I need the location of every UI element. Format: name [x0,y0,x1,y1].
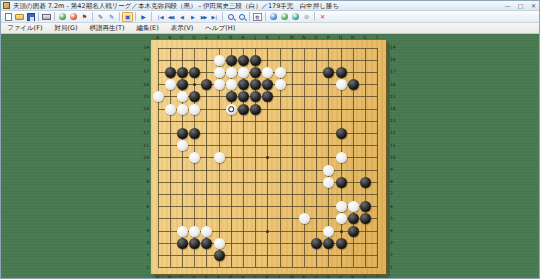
white-stone-E4 [201,226,212,237]
col-label-bottom-K: K [264,275,270,279]
window-controls: — □ ✕ [501,1,540,10]
white-stone-Q5 [336,213,347,224]
col-label-bottom-A: A [155,275,161,279]
undo-move-icon[interactable] [68,12,79,22]
col-label-bottom-B: B [167,275,173,279]
black-stone-H14 [238,104,249,115]
grid-line-horizontal [158,267,379,268]
col-label-bottom-G: G [228,275,234,279]
title-bar: 天頂の囲碁 7.2m - 第42期名人戦リーグ／本木克弥四段（黒）－伊田篤史三段… [1,1,540,11]
forward-1-icon-glyph: ▶ [191,12,194,22]
menu-item-1[interactable]: ファイル(F) [1,23,48,34]
white-stone-G14 [226,104,237,115]
white-stone-K17 [262,67,273,78]
black-stone-Q12 [336,128,347,139]
white-stone-F16 [214,79,225,90]
app-window: 天頂の囲碁 7.2m - 第42期名人戦リーグ／本木克弥四段（黒）－伊田篤史三段… [0,0,540,279]
pen-icon[interactable]: ✎ [95,12,106,22]
row-label-left-17: 17 [137,69,149,74]
col-label-top-T: T [374,35,380,40]
toolbar-separator [265,12,266,21]
first-move-icon-glyph: ❘◀ [156,12,162,22]
toolbar-separator [314,12,315,21]
col-label-top-L: L [277,35,283,40]
white-stone-P9 [323,165,334,176]
menu-item-2[interactable]: 対局(G) [48,23,83,34]
white-stone-P8 [323,177,334,188]
white-stone-G16 [226,79,237,90]
black-stone-R4 [348,226,359,237]
black-stone-E3 [201,238,212,249]
menu-item-4[interactable]: 編集(E) [131,23,165,34]
new-file-icon[interactable] [3,12,14,22]
black-stone-C16 [177,79,188,90]
row-label-right-4: 4 [390,228,402,233]
black-stone-K15 [262,91,273,102]
col-label-bottom-R: R [350,275,356,279]
white-stone-B16 [165,79,176,90]
move-numbers-icon-glyph: 数字 [253,13,262,21]
col-label-top-G: G [228,35,234,40]
print-icon[interactable] [41,12,52,22]
row-label-left-5: 5 [137,216,149,221]
white-stone-R6 [348,201,359,212]
row-label-right-5: 5 [390,216,402,221]
row-label-left-8: 8 [137,179,149,184]
go-board[interactable] [151,40,386,274]
move-numbers-icon[interactable]: 数字 [252,12,263,22]
white-stone-H17 [238,67,249,78]
col-label-top-Q: Q [338,35,344,40]
toolbar: ⚑✎✎▣▶❘◀◀◀◀▶▶▶▶❘数字⊘✕ [1,11,540,23]
row-label-left-19: 19 [137,45,149,50]
black-stone-Q3 [336,238,347,249]
row-label-left-14: 14 [137,106,149,111]
col-label-top-H: H [240,35,246,40]
new-file-icon-glyph [5,13,12,21]
black-stone-K16 [262,79,273,90]
pen-icon-glyph: ✎ [98,12,103,22]
col-label-top-J: J [252,35,258,40]
black-stone-J15 [250,91,261,102]
play-icon-glyph: ▶ [141,12,146,22]
black-stone-Q17 [336,67,347,78]
grid-line-vertical [365,48,366,268]
black-stone-G18 [226,55,237,66]
col-label-bottom-D: D [191,275,197,279]
menu-item-3[interactable]: 棋譜再生(T) [84,23,131,34]
row-label-left-13: 13 [137,118,149,123]
black-stone-D17 [189,67,200,78]
row-label-right-12: 12 [390,130,402,135]
hint-icon-orb [281,13,288,20]
grid-line-horizontal [158,255,379,256]
row-label-left-9: 9 [137,167,149,172]
black-stone-R5 [348,213,359,224]
row-label-left-12: 12 [137,130,149,135]
row-label-right-18: 18 [390,57,402,62]
black-stone-E16 [201,79,212,90]
black-stone-G15 [226,91,237,102]
menu-item-6[interactable]: ヘルプ(H) [199,23,241,34]
row-label-right-6: 6 [390,204,402,209]
first-move-icon[interactable]: ❘◀ [154,12,165,22]
forbid-icon[interactable]: ⊘ [301,12,312,22]
back-1-icon[interactable]: ◀ [176,12,187,22]
white-stone-C15 [177,91,188,102]
forward-1-icon[interactable]: ▶ [187,12,198,22]
col-label-bottom-E: E [203,275,209,279]
white-stone-D4 [189,226,200,237]
territory-icon[interactable] [268,12,279,22]
stop-icon[interactable]: ✕ [317,12,328,22]
black-stone-S8 [360,177,371,188]
back-10-icon-glyph: ◀◀ [168,12,174,22]
col-label-top-K: K [264,35,270,40]
black-stone-O3 [311,238,322,249]
board-area: AABBCCDDEEFFGGHHJJKKLLMMNNOOPPQQRRSSTT19… [1,34,540,279]
row-label-right-2: 2 [390,252,402,257]
row-label-left-2: 2 [137,252,149,257]
save-icon[interactable] [25,12,36,22]
black-stone-J17 [250,67,261,78]
grid-line-horizontal [158,194,379,195]
forward-10-icon[interactable]: ▶▶ [198,12,209,22]
white-stone-Q10 [336,152,347,163]
forbid-icon-glyph: ⊘ [304,12,309,22]
open-file-icon-glyph [15,14,24,20]
row-label-right-9: 9 [390,167,402,172]
col-label-top-F: F [216,35,222,40]
col-label-bottom-T: T [374,275,380,279]
grid-line-vertical [292,48,293,268]
maximize-button[interactable]: □ [514,1,527,10]
toolbar-separator [151,12,152,21]
white-stone-C4 [177,226,188,237]
grid-line-horizontal [158,170,379,171]
star-point [266,230,269,233]
print-icon-glyph [42,14,51,20]
toolbar-separator [119,12,120,21]
black-stone-C17 [177,67,188,78]
white-stone-F3 [214,238,225,249]
col-label-bottom-M: M [289,275,295,279]
territory-icon-orb [270,13,277,20]
col-label-top-D: D [191,35,197,40]
grid-line-vertical [377,48,378,268]
col-label-top-E: E [203,35,209,40]
black-stone-D15 [189,91,200,102]
play-icon[interactable]: ▶ [138,12,149,22]
white-stone-N5 [299,213,310,224]
white-stone-D14 [189,104,200,115]
minimize-button[interactable]: — [501,1,514,10]
toolbar-separator [38,12,39,21]
hint-icon[interactable] [279,12,290,22]
black-stone-J16 [250,79,261,90]
row-label-left-10: 10 [137,155,149,160]
row-label-left-6: 6 [137,204,149,209]
col-label-bottom-J: J [252,275,258,279]
back-10-icon[interactable]: ◀◀ [165,12,176,22]
row-label-left-7: 7 [137,191,149,196]
black-stone-H16 [238,79,249,90]
col-label-bottom-F: F [216,275,222,279]
row-label-left-1: 1 [137,265,149,270]
white-stone-Q16 [336,79,347,90]
zoom-out-icon[interactable] [225,12,236,22]
row-label-right-1: 1 [390,265,402,270]
row-label-right-15: 15 [390,94,402,99]
white-stone-L17 [275,67,286,78]
col-label-top-N: N [301,35,307,40]
col-label-bottom-O: O [313,275,319,279]
stop-icon-glyph: ✕ [320,12,325,22]
star-point [340,230,343,233]
col-label-bottom-L: L [277,275,283,279]
white-stone-A15 [153,91,164,102]
count-icon-orb [292,13,299,20]
undo-move-icon-orb [70,13,77,20]
row-label-right-3: 3 [390,240,402,245]
zoom-out-icon-glyph [228,14,234,20]
grid-line-vertical [316,48,317,268]
black-stone-J14 [250,104,261,115]
col-label-top-B: B [167,35,173,40]
grid-line-vertical [304,48,305,268]
white-stone-F17 [214,67,225,78]
last-move-icon[interactable]: ▶❘ [209,12,220,22]
col-label-top-A: A [155,35,161,40]
white-stone-D10 [189,152,200,163]
resign-icon[interactable]: ⚑ [79,12,90,22]
row-label-left-18: 18 [137,57,149,62]
white-stone-F10 [214,152,225,163]
col-label-bottom-P: P [325,275,331,279]
black-stone-H18 [238,55,249,66]
star-point [193,83,196,86]
menu-bar: ファイル(F)対局(G)棋譜再生(T)編集(E)表示(V)ヘルプ(H) [1,23,540,34]
row-label-right-17: 17 [390,69,402,74]
black-stone-D3 [189,238,200,249]
black-stone-C3 [177,238,188,249]
row-label-right-8: 8 [390,179,402,184]
white-stone-P4 [323,226,334,237]
toolbar-separator [54,12,55,21]
white-stone-L16 [275,79,286,90]
zoom-in-icon-glyph [239,14,245,20]
marker-pen-icon-glyph: ✎ [109,12,114,22]
col-label-bottom-S: S [362,275,368,279]
row-label-left-15: 15 [137,94,149,99]
black-stone-Q8 [336,177,347,188]
black-stone-H15 [238,91,249,102]
pass-icon-orb [59,13,66,20]
col-label-top-M: M [289,35,295,40]
white-stone-C14 [177,104,188,115]
black-stone-S5 [360,213,371,224]
col-label-bottom-C: C [179,275,185,279]
app-icon [3,2,10,9]
last-move-marker [228,106,234,112]
toolbar-separator [92,12,93,21]
col-label-top-R: R [350,35,356,40]
window-title: 天頂の囲碁 7.2m - 第42期名人戦リーグ／本木克弥四段（黒）－伊田篤史三段… [13,1,501,11]
white-stone-C11 [177,140,188,151]
row-label-right-16: 16 [390,82,402,87]
white-stone-F18 [214,55,225,66]
row-label-left-16: 16 [137,82,149,87]
black-stone-J18 [250,55,261,66]
toolbar-separator [222,12,223,21]
toolbar-separator [249,12,250,21]
analysis-mode-icon[interactable]: ▣ [122,12,133,22]
black-stone-D12 [189,128,200,139]
row-label-right-11: 11 [390,143,402,148]
black-stone-C12 [177,128,188,139]
row-label-left-3: 3 [137,240,149,245]
col-label-top-O: O [313,35,319,40]
row-label-left-11: 11 [137,143,149,148]
save-icon-glyph [27,13,35,21]
white-stone-G17 [226,67,237,78]
col-label-top-P: P [325,35,331,40]
count-icon[interactable] [290,12,301,22]
black-stone-S6 [360,201,371,212]
row-label-right-19: 19 [390,45,402,50]
col-label-bottom-N: N [301,275,307,279]
black-stone-P3 [323,238,334,249]
marker-pen-icon[interactable]: ✎ [106,12,117,22]
menu-item-5[interactable]: 表示(V) [165,23,200,34]
col-label-top-S: S [362,35,368,40]
pass-icon[interactable] [57,12,68,22]
analysis-mode-icon-glyph: ▣ [125,12,131,22]
resign-icon-glyph: ⚑ [82,12,87,22]
white-stone-Q6 [336,201,347,212]
last-move-icon-glyph: ▶❘ [211,12,217,22]
open-file-icon[interactable] [14,12,25,22]
row-label-right-13: 13 [390,118,402,123]
back-1-icon-glyph: ◀ [180,12,183,22]
black-stone-B17 [165,67,176,78]
col-label-bottom-Q: Q [338,275,344,279]
white-stone-B14 [165,104,176,115]
row-label-right-10: 10 [390,155,402,160]
row-label-right-7: 7 [390,191,402,196]
black-stone-P17 [323,67,334,78]
col-label-top-C: C [179,35,185,40]
zoom-in-icon[interactable] [236,12,247,22]
col-label-bottom-H: H [240,275,246,279]
toolbar-separator [135,12,136,21]
black-stone-F2 [214,250,225,261]
row-label-left-4: 4 [137,228,149,233]
row-label-right-14: 14 [390,106,402,111]
black-stone-R16 [348,79,359,90]
forward-10-icon-glyph: ▶▶ [201,12,207,22]
star-point [266,156,269,159]
close-button[interactable]: ✕ [527,1,540,10]
